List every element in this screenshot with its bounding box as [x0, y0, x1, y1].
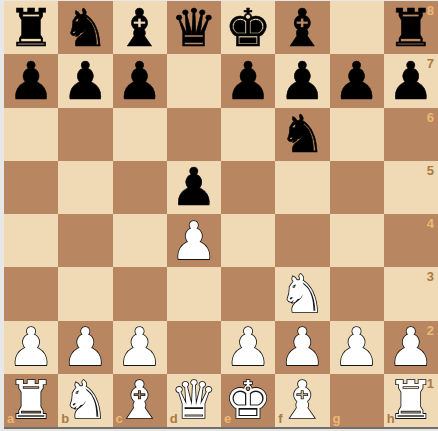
rank-label-3: 3 — [427, 270, 434, 283]
black-rook-a8[interactable]: ♜ — [8, 2, 55, 54]
white-king-e1[interactable]: ♚ — [225, 374, 272, 426]
square-c2[interactable]: ♟ — [113, 321, 167, 374]
square-f7[interactable]: ♟ — [275, 54, 329, 107]
black-pawn-h7[interactable]: ♟ — [388, 55, 435, 107]
square-e1[interactable]: ♚e — [221, 374, 275, 427]
square-c7[interactable]: ♟ — [113, 54, 167, 107]
black-knight-f6[interactable]: ♞ — [279, 108, 326, 160]
square-f1[interactable]: ♝f — [275, 374, 329, 427]
black-pawn-a7[interactable]: ♟ — [8, 55, 55, 107]
square-e6[interactable] — [221, 108, 275, 161]
file-label-g: g — [333, 412, 341, 425]
square-g4[interactable] — [330, 214, 384, 267]
square-e5[interactable] — [221, 161, 275, 214]
square-a5[interactable] — [4, 161, 58, 214]
white-pawn-g2[interactable]: ♟ — [333, 321, 380, 373]
square-e4[interactable] — [221, 214, 275, 267]
square-b5[interactable] — [58, 161, 112, 214]
square-c4[interactable] — [113, 214, 167, 267]
square-c5[interactable] — [113, 161, 167, 214]
square-a2[interactable]: ♟ — [4, 321, 58, 374]
square-a7[interactable]: ♟ — [4, 54, 58, 107]
square-e8[interactable]: ♚ — [221, 1, 275, 54]
square-h4[interactable]: 4 — [384, 214, 438, 267]
square-c1[interactable]: ♝c — [113, 374, 167, 427]
square-b8[interactable]: ♞ — [58, 1, 112, 54]
black-pawn-b7[interactable]: ♟ — [62, 55, 109, 107]
square-c8[interactable]: ♝ — [113, 1, 167, 54]
square-b1[interactable]: ♞b — [58, 374, 112, 427]
square-g1[interactable]: g — [330, 374, 384, 427]
square-f5[interactable] — [275, 161, 329, 214]
square-h8[interactable]: ♜8 — [384, 1, 438, 54]
square-h3[interactable]: 3 — [384, 267, 438, 320]
white-knight-f3[interactable]: ♞ — [279, 268, 326, 320]
white-bishop-c1[interactable]: ♝ — [116, 374, 163, 426]
square-a4[interactable] — [4, 214, 58, 267]
square-h5[interactable]: 5 — [384, 161, 438, 214]
square-a6[interactable] — [4, 108, 58, 161]
black-bishop-c8[interactable]: ♝ — [116, 2, 163, 54]
square-a1[interactable]: ♜a — [4, 374, 58, 427]
square-g7[interactable]: ♟ — [330, 54, 384, 107]
white-pawn-b2[interactable]: ♟ — [62, 321, 109, 373]
square-a3[interactable] — [4, 267, 58, 320]
square-b3[interactable] — [58, 267, 112, 320]
chess-app-page: ♜♞♝♛♚♝♜8♟♟♟♟♟♟♟7♞6♟5♟4♞3♟♟♟♟♟♟♟2♜a♞b♝c♛d… — [0, 0, 438, 431]
square-d4[interactable]: ♟ — [167, 214, 221, 267]
black-king-e8[interactable]: ♚ — [225, 2, 272, 54]
square-f6[interactable]: ♞ — [275, 108, 329, 161]
square-h2[interactable]: ♟2 — [384, 321, 438, 374]
square-h6[interactable]: 6 — [384, 108, 438, 161]
square-c3[interactable] — [113, 267, 167, 320]
square-b2[interactable]: ♟ — [58, 321, 112, 374]
square-g8[interactable] — [330, 1, 384, 54]
rank-label-6: 6 — [427, 111, 434, 124]
black-pawn-g7[interactable]: ♟ — [333, 55, 380, 107]
square-g6[interactable] — [330, 108, 384, 161]
square-d8[interactable]: ♛ — [167, 1, 221, 54]
rank-label-4: 4 — [427, 217, 434, 230]
square-e7[interactable]: ♟ — [221, 54, 275, 107]
black-rook-h8[interactable]: ♜ — [388, 2, 435, 54]
square-d1[interactable]: ♛d — [167, 374, 221, 427]
square-d6[interactable] — [167, 108, 221, 161]
black-pawn-d5[interactable]: ♟ — [171, 161, 218, 213]
square-f8[interactable]: ♝ — [275, 1, 329, 54]
square-d3[interactable] — [167, 267, 221, 320]
square-e2[interactable]: ♟ — [221, 321, 275, 374]
black-knight-b8[interactable]: ♞ — [62, 2, 109, 54]
square-a8[interactable]: ♜ — [4, 1, 58, 54]
square-e3[interactable] — [221, 267, 275, 320]
square-h7[interactable]: ♟7 — [384, 54, 438, 107]
square-g2[interactable]: ♟ — [330, 321, 384, 374]
black-bishop-f8[interactable]: ♝ — [279, 2, 326, 54]
white-knight-b1[interactable]: ♞ — [62, 374, 109, 426]
square-d7[interactable] — [167, 54, 221, 107]
square-d5[interactable]: ♟ — [167, 161, 221, 214]
square-g5[interactable] — [330, 161, 384, 214]
white-pawn-c2[interactable]: ♟ — [116, 321, 163, 373]
white-pawn-d4[interactable]: ♟ — [171, 215, 218, 267]
square-d2[interactable] — [167, 321, 221, 374]
white-rook-h1[interactable]: ♜ — [388, 374, 435, 426]
square-g3[interactable] — [330, 267, 384, 320]
square-b4[interactable] — [58, 214, 112, 267]
white-rook-a1[interactable]: ♜ — [8, 374, 55, 426]
white-pawn-f2[interactable]: ♟ — [279, 321, 326, 373]
black-pawn-f7[interactable]: ♟ — [279, 55, 326, 107]
black-queen-d8[interactable]: ♛ — [171, 2, 218, 54]
rank-label-5: 5 — [427, 164, 434, 177]
square-h1[interactable]: ♜1h — [384, 374, 438, 427]
white-bishop-f1[interactable]: ♝ — [279, 374, 326, 426]
white-queen-d1[interactable]: ♛ — [171, 374, 218, 426]
square-f3[interactable]: ♞ — [275, 267, 329, 320]
square-b7[interactable]: ♟ — [58, 54, 112, 107]
square-b6[interactable] — [58, 108, 112, 161]
white-pawn-e2[interactable]: ♟ — [225, 321, 272, 373]
square-f2[interactable]: ♟ — [275, 321, 329, 374]
black-pawn-e7[interactable]: ♟ — [225, 55, 272, 107]
black-pawn-c7[interactable]: ♟ — [116, 55, 163, 107]
white-pawn-a2[interactable]: ♟ — [8, 321, 55, 373]
square-f4[interactable] — [275, 214, 329, 267]
chess-board: ♜♞♝♛♚♝♜8♟♟♟♟♟♟♟7♞6♟5♟4♞3♟♟♟♟♟♟♟2♜a♞b♝c♛d… — [4, 1, 438, 429]
white-pawn-h2[interactable]: ♟ — [388, 321, 435, 373]
square-c6[interactable] — [113, 108, 167, 161]
